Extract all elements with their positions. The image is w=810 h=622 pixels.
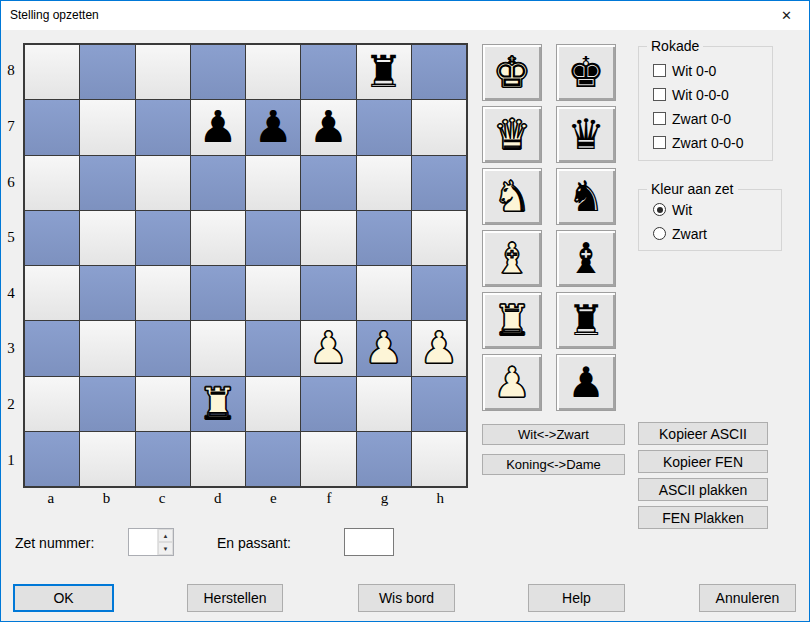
black-pawn-icon: ♟: [567, 362, 605, 404]
close-icon: ✕: [781, 8, 792, 23]
turn-option-zwart: Zwart: [653, 226, 781, 241]
square-h7[interactable]: [412, 100, 466, 154]
square-b3[interactable]: [80, 321, 134, 375]
square-c1[interactable]: [136, 432, 190, 486]
square-h6[interactable]: [412, 156, 466, 210]
swap-colors-button[interactable]: Wit<->Zwart: [482, 424, 625, 445]
white-pawn-icon: ♟: [493, 362, 531, 404]
en-passant-input[interactable]: [344, 528, 394, 556]
turn-option-wit: Wit: [653, 202, 781, 217]
square-f5[interactable]: [301, 211, 355, 265]
down-arrow-icon: ▼: [163, 546, 169, 552]
square-e8[interactable]: [246, 45, 300, 99]
palette-white-king-button[interactable]: ♚: [482, 44, 542, 101]
castling-option-wit-0-0: Wit 0-0: [653, 63, 772, 78]
black-rook-icon: ♜: [567, 300, 605, 342]
clear-board-button[interactable]: Wis bord: [358, 584, 455, 612]
file-label-b: b: [79, 490, 135, 508]
square-a5[interactable]: [25, 211, 79, 265]
square-f2[interactable]: [301, 377, 355, 431]
white-pawn: ♟: [419, 326, 458, 370]
square-a6[interactable]: [25, 156, 79, 210]
close-button[interactable]: ✕: [764, 1, 809, 30]
checkbox-label-zwart-0-0-0: Zwart 0-0-0: [672, 135, 744, 151]
square-f6[interactable]: [301, 156, 355, 210]
copy-ascii-button[interactable]: Kopieer ASCII: [638, 422, 768, 445]
square-h5[interactable]: [412, 211, 466, 265]
turn-group: Kleur aan zet WitZwart: [638, 189, 782, 251]
square-c3[interactable]: [136, 321, 190, 375]
palette-white-pawn-button[interactable]: ♟: [482, 354, 542, 411]
file-label-e: e: [246, 490, 302, 508]
palette-white-knight-button[interactable]: ♞: [482, 168, 542, 225]
square-f7[interactable]: ♟: [301, 100, 355, 154]
file-label-f: f: [301, 490, 357, 508]
position-setup-dialog: Stelling opzetten ✕ 87654321 ♜♟♟♟♟♟♟♜ ab…: [0, 0, 810, 622]
white-bishop-icon: ♝: [493, 238, 531, 280]
square-g7[interactable]: [357, 100, 411, 154]
castling-group-title: Rokade: [647, 38, 703, 54]
white-queen-icon: ♛: [493, 114, 531, 156]
palette-black-rook-button[interactable]: ♜: [556, 292, 616, 349]
black-king-icon: ♚: [567, 52, 605, 94]
square-b8[interactable]: [80, 45, 134, 99]
file-label-c: c: [134, 490, 190, 508]
black-knight-icon: ♞: [567, 176, 605, 218]
checkbox-label-zwart-0-0: Zwart 0-0: [672, 111, 731, 127]
radio-zwart[interactable]: [653, 227, 666, 240]
square-b4[interactable]: [80, 266, 134, 320]
rank-label-3: 3: [1, 321, 21, 377]
palette-black-knight-button[interactable]: ♞: [556, 168, 616, 225]
turn-options: WitZwart: [639, 190, 781, 241]
cancel-button[interactable]: Annuleren: [699, 584, 796, 612]
chess-board: ♜♟♟♟♟♟♟♜: [23, 43, 468, 488]
rank-label-5: 5: [1, 210, 21, 266]
file-label-h: h: [412, 490, 468, 508]
castling-option-wit-0-0-0: Wit 0-0-0: [653, 87, 772, 102]
square-b2[interactable]: [80, 377, 134, 431]
up-arrow-icon: ▲: [163, 533, 169, 539]
checkbox-label-wit-0-0: Wit 0-0: [672, 63, 716, 79]
move-number-label: Zet nummer:: [15, 535, 94, 551]
square-d3[interactable]: [191, 321, 245, 375]
ok-button[interactable]: OK: [13, 584, 114, 612]
window-title: Stelling opzetten: [10, 1, 99, 30]
white-rook-icon: ♜: [493, 300, 531, 342]
square-g6[interactable]: [357, 156, 411, 210]
swap-king-queen-button[interactable]: Koning<->Dame: [482, 454, 625, 475]
square-e7[interactable]: ♟: [246, 100, 300, 154]
black-pawn: ♟: [309, 105, 348, 149]
black-pawn: ♟: [198, 105, 237, 149]
spinner-down-button[interactable]: ▼: [158, 542, 173, 555]
square-g3[interactable]: ♟: [357, 321, 411, 375]
square-c7[interactable]: [136, 100, 190, 154]
spinner-up-button[interactable]: ▲: [158, 529, 173, 542]
checkbox-wit-0-0-0[interactable]: [653, 88, 666, 101]
castling-group: Rokade Wit 0-0Wit 0-0-0Zwart 0-0Zwart 0-…: [638, 46, 773, 161]
palette-black-pawn-button[interactable]: ♟: [556, 354, 616, 411]
paste-fen-button[interactable]: FEN Plakken: [638, 506, 768, 529]
square-g1[interactable]: [357, 432, 411, 486]
square-d1[interactable]: [191, 432, 245, 486]
rank-labels: 87654321: [1, 43, 21, 488]
square-h1[interactable]: [412, 432, 466, 486]
castling-option-zwart-0-0: Zwart 0-0: [653, 111, 772, 126]
square-a2[interactable]: [25, 377, 79, 431]
square-d6[interactable]: [191, 156, 245, 210]
square-f1[interactable]: [301, 432, 355, 486]
titlebar: Stelling opzetten ✕: [1, 1, 809, 30]
file-label-a: a: [23, 490, 79, 508]
file-label-g: g: [357, 490, 413, 508]
palette-white-queen-button[interactable]: ♛: [482, 106, 542, 163]
square-e2[interactable]: [246, 377, 300, 431]
square-d4[interactable]: [191, 266, 245, 320]
clipboard-buttons: Kopieer ASCIIKopieer FENASCII plakkenFEN…: [638, 422, 768, 529]
rank-label-8: 8: [1, 43, 21, 99]
square-f4[interactable]: [301, 266, 355, 320]
square-d5[interactable]: [191, 211, 245, 265]
square-b1[interactable]: [80, 432, 134, 486]
palette-black-king-button[interactable]: ♚: [556, 44, 616, 101]
castling-option-zwart-0-0-0: Zwart 0-0-0: [653, 135, 772, 150]
black-bishop-icon: ♝: [567, 238, 605, 280]
palette-white-bishop-button[interactable]: ♝: [482, 230, 542, 287]
square-f8[interactable]: [301, 45, 355, 99]
rank-label-4: 4: [1, 266, 21, 322]
white-king-icon: ♚: [493, 52, 531, 94]
square-d8[interactable]: [191, 45, 245, 99]
square-c8[interactable]: [136, 45, 190, 99]
square-b5[interactable]: [80, 211, 134, 265]
square-a3[interactable]: [25, 321, 79, 375]
radio-label-wit: Wit: [672, 202, 692, 218]
square-a4[interactable]: [25, 266, 79, 320]
checkbox-label-wit-0-0-0: Wit 0-0-0: [672, 87, 729, 103]
square-a8[interactable]: [25, 45, 79, 99]
square-e4[interactable]: [246, 266, 300, 320]
square-c2[interactable]: [136, 377, 190, 431]
square-c5[interactable]: [136, 211, 190, 265]
copy-fen-button[interactable]: Kopieer FEN: [638, 450, 768, 473]
turn-group-title: Kleur aan zet: [647, 181, 738, 197]
square-a7[interactable]: [25, 100, 79, 154]
move-number-input[interactable]: [129, 529, 157, 555]
square-h4[interactable]: [412, 266, 466, 320]
square-c4[interactable]: [136, 266, 190, 320]
square-g8[interactable]: ♜: [357, 45, 411, 99]
white-rook: ♜: [198, 382, 237, 426]
radio-wit[interactable]: [653, 203, 666, 216]
checkbox-zwart-0-0-0[interactable]: [653, 136, 666, 149]
restore-button[interactable]: Herstellen: [187, 584, 283, 612]
en-passant-label: En passant:: [217, 535, 291, 551]
black-queen-icon: ♛: [567, 114, 605, 156]
white-pawn: ♟: [309, 326, 348, 370]
checkbox-wit-0-0[interactable]: [653, 64, 666, 77]
paste-ascii-button[interactable]: ASCII plakken: [638, 478, 768, 501]
black-pawn: ♟: [253, 105, 292, 149]
palette-white-rook-button[interactable]: ♜: [482, 292, 542, 349]
square-g4[interactable]: [357, 266, 411, 320]
palette-black-bishop-button[interactable]: ♝: [556, 230, 616, 287]
square-d2[interactable]: ♜: [191, 377, 245, 431]
file-labels: abcdefgh: [23, 490, 468, 508]
radio-selected-dot: [657, 207, 663, 213]
castling-options: Wit 0-0Wit 0-0-0Zwart 0-0Zwart 0-0-0: [639, 47, 772, 150]
square-h2[interactable]: [412, 377, 466, 431]
square-e1[interactable]: [246, 432, 300, 486]
square-h8[interactable]: [412, 45, 466, 99]
transform-buttons: Wit<->ZwartKoning<->Dame: [482, 424, 625, 475]
rank-label-6: 6: [1, 154, 21, 210]
black-rook: ♜: [364, 50, 403, 94]
radio-label-zwart: Zwart: [672, 226, 707, 242]
white-pawn: ♟: [364, 326, 403, 370]
palette-black-queen-button[interactable]: ♛: [556, 106, 616, 163]
square-a1[interactable]: [25, 432, 79, 486]
help-button[interactable]: Help: [528, 584, 625, 612]
square-b6[interactable]: [80, 156, 134, 210]
square-e6[interactable]: [246, 156, 300, 210]
square-g2[interactable]: [357, 377, 411, 431]
rank-label-1: 1: [1, 432, 21, 488]
square-e5[interactable]: [246, 211, 300, 265]
square-c6[interactable]: [136, 156, 190, 210]
piece-palette: ♚♚♛♛♞♞♝♝♜♜♟♟: [482, 44, 616, 411]
square-f3[interactable]: ♟: [301, 321, 355, 375]
checkbox-zwart-0-0[interactable]: [653, 112, 666, 125]
square-d7[interactable]: ♟: [191, 100, 245, 154]
rank-label-7: 7: [1, 99, 21, 155]
spinner-buttons: ▲ ▼: [157, 529, 173, 555]
square-b7[interactable]: [80, 100, 134, 154]
square-h3[interactable]: ♟: [412, 321, 466, 375]
rank-label-2: 2: [1, 377, 21, 433]
square-e3[interactable]: [246, 321, 300, 375]
move-number-spinner: ▲ ▼: [128, 528, 174, 556]
square-g5[interactable]: [357, 211, 411, 265]
file-label-d: d: [190, 490, 246, 508]
white-knight-icon: ♞: [493, 176, 531, 218]
